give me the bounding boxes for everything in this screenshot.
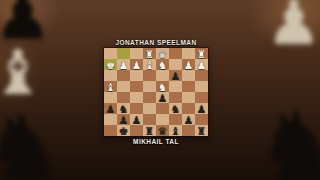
piece-white-knight: ♞ bbox=[158, 59, 167, 69]
piece-black-knight: ♞ bbox=[119, 103, 128, 113]
square-f7[interactable]: ♟ bbox=[130, 114, 143, 125]
chess-board: ♜♛♜♚♟♟♝♞♟♟♟♝♞♟♟♞♞♟♟♟♟♚♜♛♝♜ bbox=[104, 48, 208, 136]
square-h1[interactable] bbox=[104, 48, 117, 59]
square-c3[interactable]: ♟ bbox=[169, 70, 182, 81]
square-e1[interactable]: ♜ bbox=[143, 48, 156, 59]
square-h8[interactable] bbox=[104, 125, 117, 136]
piece-black-pawn: ♟ bbox=[119, 114, 128, 124]
piece-white-rook: ♜ bbox=[197, 48, 206, 58]
square-a7[interactable] bbox=[195, 114, 208, 125]
square-e3[interactable] bbox=[143, 70, 156, 81]
square-b6[interactable] bbox=[182, 103, 195, 114]
square-g2[interactable]: ♟ bbox=[117, 59, 130, 70]
square-c2[interactable] bbox=[169, 59, 182, 70]
square-g1[interactable] bbox=[117, 48, 130, 59]
square-h4[interactable]: ♝ bbox=[104, 81, 117, 92]
square-e6[interactable] bbox=[143, 103, 156, 114]
piece-black-bishop: ♝ bbox=[171, 125, 180, 135]
square-b5[interactable] bbox=[182, 92, 195, 103]
square-a1[interactable]: ♜ bbox=[195, 48, 208, 59]
square-f1[interactable] bbox=[130, 48, 143, 59]
bg-white-bishop-left: ♝ bbox=[0, 42, 46, 104]
bg-black-knight-bottom-left: ♞ bbox=[0, 104, 63, 180]
piece-white-queen: ♛ bbox=[158, 48, 167, 58]
square-c8[interactable]: ♝ bbox=[169, 125, 182, 136]
piece-black-knight: ♞ bbox=[171, 103, 180, 113]
square-f2[interactable]: ♟ bbox=[130, 59, 143, 70]
piece-black-king: ♚ bbox=[119, 125, 128, 135]
square-c1[interactable] bbox=[169, 48, 182, 59]
piece-black-rook: ♜ bbox=[197, 125, 206, 135]
piece-black-pawn: ♟ bbox=[106, 103, 115, 113]
square-g4[interactable] bbox=[117, 81, 130, 92]
square-h7[interactable] bbox=[104, 114, 117, 125]
piece-white-pawn: ♟ bbox=[184, 59, 193, 69]
square-a4[interactable] bbox=[195, 81, 208, 92]
square-d3[interactable] bbox=[156, 70, 169, 81]
piece-white-bishop: ♝ bbox=[106, 81, 115, 91]
square-g7[interactable]: ♟ bbox=[117, 114, 130, 125]
square-f4[interactable] bbox=[130, 81, 143, 92]
piece-white-king: ♚ bbox=[106, 59, 115, 69]
piece-white-bishop: ♝ bbox=[145, 59, 154, 69]
square-a3[interactable] bbox=[195, 70, 208, 81]
piece-black-rook: ♜ bbox=[145, 125, 154, 135]
square-b3[interactable] bbox=[182, 70, 195, 81]
square-a8[interactable]: ♜ bbox=[195, 125, 208, 136]
top-player-name: JONATHAN SPEELMAN bbox=[84, 39, 228, 47]
square-d2[interactable]: ♞ bbox=[156, 59, 169, 70]
piece-black-pawn: ♟ bbox=[184, 114, 193, 124]
square-b1[interactable] bbox=[182, 48, 195, 59]
app-background: ♟♝♞♟♞ JONATHAN SPEELMAN ♜♛♜♚♟♟♝♞♟♟♟♝♞♟♟♞… bbox=[0, 0, 320, 180]
square-h6[interactable]: ♟ bbox=[104, 103, 117, 114]
square-f6[interactable] bbox=[130, 103, 143, 114]
piece-white-pawn: ♟ bbox=[197, 59, 206, 69]
square-c5[interactable] bbox=[169, 92, 182, 103]
square-g5[interactable] bbox=[117, 92, 130, 103]
square-f8[interactable] bbox=[130, 125, 143, 136]
square-e7[interactable] bbox=[143, 114, 156, 125]
square-e2[interactable]: ♝ bbox=[143, 59, 156, 70]
square-b8[interactable] bbox=[182, 125, 195, 136]
square-f3[interactable] bbox=[130, 70, 143, 81]
square-d8[interactable]: ♛ bbox=[156, 125, 169, 136]
square-e8[interactable]: ♜ bbox=[143, 125, 156, 136]
piece-black-pawn: ♟ bbox=[171, 70, 180, 80]
square-e5[interactable] bbox=[143, 92, 156, 103]
square-g3[interactable] bbox=[117, 70, 130, 81]
bottom-player-name: MIKHAIL TAL bbox=[84, 138, 228, 146]
square-d1[interactable]: ♛ bbox=[156, 48, 169, 59]
square-h5[interactable] bbox=[104, 92, 117, 103]
piece-black-queen: ♛ bbox=[158, 125, 167, 135]
piece-black-pawn: ♟ bbox=[132, 114, 141, 124]
square-g6[interactable]: ♞ bbox=[117, 103, 130, 114]
square-g8[interactable]: ♚ bbox=[117, 125, 130, 136]
square-c7[interactable] bbox=[169, 114, 182, 125]
square-a2[interactable]: ♟ bbox=[195, 59, 208, 70]
piece-white-rook: ♜ bbox=[145, 48, 154, 58]
square-e4[interactable] bbox=[143, 81, 156, 92]
square-h2[interactable]: ♚ bbox=[104, 59, 117, 70]
square-d7[interactable] bbox=[156, 114, 169, 125]
square-d4[interactable]: ♞ bbox=[156, 81, 169, 92]
piece-black-pawn: ♟ bbox=[158, 92, 167, 102]
piece-white-knight: ♞ bbox=[158, 81, 167, 91]
square-b4[interactable] bbox=[182, 81, 195, 92]
square-c6[interactable]: ♞ bbox=[169, 103, 182, 114]
square-a6[interactable]: ♟ bbox=[195, 103, 208, 114]
bg-black-pawn-top-left: ♟ bbox=[0, 0, 51, 48]
square-h3[interactable] bbox=[104, 70, 117, 81]
bg-black-knight-bottom-right: ♞ bbox=[256, 100, 320, 180]
square-f5[interactable] bbox=[130, 92, 143, 103]
piece-black-pawn: ♟ bbox=[197, 103, 206, 113]
square-b7[interactable]: ♟ bbox=[182, 114, 195, 125]
square-d6[interactable] bbox=[156, 103, 169, 114]
square-c4[interactable] bbox=[169, 81, 182, 92]
square-b2[interactable]: ♟ bbox=[182, 59, 195, 70]
square-d5[interactable]: ♟ bbox=[156, 92, 169, 103]
piece-white-pawn: ♟ bbox=[132, 59, 141, 69]
bg-white-pawn-top-right: ♟ bbox=[266, 0, 320, 54]
piece-white-pawn: ♟ bbox=[119, 59, 128, 69]
square-a5[interactable] bbox=[195, 92, 208, 103]
